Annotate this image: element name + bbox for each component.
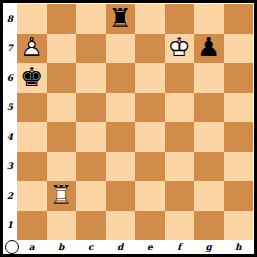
square-c5[interactable] <box>76 93 106 123</box>
square-f5[interactable] <box>165 93 195 123</box>
square-e2[interactable] <box>135 181 165 211</box>
square-a1[interactable] <box>17 211 47 241</box>
square-e8[interactable] <box>135 4 165 34</box>
piece-white-king[interactable]: ♚♔ <box>165 34 195 64</box>
square-e1[interactable] <box>135 211 165 241</box>
rank-label-2: 2 <box>3 181 17 211</box>
square-f1[interactable] <box>165 211 195 241</box>
square-g7[interactable]: ♟ <box>194 34 224 64</box>
square-a2[interactable] <box>17 181 47 211</box>
chess-diagram: 87654321 ♜♟♙♚♔♟♚♜♖ abcdefgh <box>0 0 257 257</box>
file-label-g: g <box>194 240 224 253</box>
square-f4[interactable] <box>165 122 195 152</box>
rank-label-7: 7 <box>3 34 17 64</box>
piece-black-king[interactable]: ♚ <box>17 63 47 93</box>
rank-labels: 87654321 <box>3 4 17 240</box>
square-d2[interactable] <box>106 181 136 211</box>
square-b8[interactable] <box>47 4 77 34</box>
square-a4[interactable] <box>17 122 47 152</box>
square-a5[interactable] <box>17 93 47 123</box>
square-e7[interactable] <box>135 34 165 64</box>
file-label-c: c <box>76 240 106 253</box>
square-b6[interactable] <box>47 63 77 93</box>
black-rook-glyph: ♜ <box>109 5 132 31</box>
square-c3[interactable] <box>76 152 106 182</box>
piece-black-rook[interactable]: ♜ <box>106 4 136 34</box>
square-c4[interactable] <box>76 122 106 152</box>
square-h1[interactable] <box>224 211 254 241</box>
white-pawn-glyph-outline: ♙ <box>20 35 43 61</box>
piece-black-pawn[interactable]: ♟ <box>194 34 224 64</box>
square-f3[interactable] <box>165 152 195 182</box>
side-to-move-indicator <box>5 240 19 254</box>
file-label-d: d <box>106 240 136 253</box>
rank-label-6: 6 <box>3 63 17 93</box>
square-b7[interactable] <box>47 34 77 64</box>
file-label-e: e <box>135 240 165 253</box>
square-f8[interactable] <box>165 4 195 34</box>
square-g5[interactable] <box>194 93 224 123</box>
white-king-glyph-outline: ♔ <box>168 35 191 61</box>
square-e5[interactable] <box>135 93 165 123</box>
square-g8[interactable] <box>194 4 224 34</box>
square-a8[interactable] <box>17 4 47 34</box>
square-c8[interactable] <box>76 4 106 34</box>
square-b4[interactable] <box>47 122 77 152</box>
square-e4[interactable] <box>135 122 165 152</box>
square-h7[interactable] <box>224 34 254 64</box>
square-h4[interactable] <box>224 122 254 152</box>
file-label-a: a <box>17 240 47 253</box>
file-label-f: f <box>165 240 195 253</box>
black-king-glyph: ♚ <box>20 64 43 90</box>
square-c6[interactable] <box>76 63 106 93</box>
square-e6[interactable] <box>135 63 165 93</box>
square-a3[interactable] <box>17 152 47 182</box>
square-g1[interactable] <box>194 211 224 241</box>
square-c2[interactable] <box>76 181 106 211</box>
square-h3[interactable] <box>224 152 254 182</box>
rank-label-4: 4 <box>3 122 17 152</box>
file-label-b: b <box>47 240 77 253</box>
rank-label-1: 1 <box>3 211 17 241</box>
square-h5[interactable] <box>224 93 254 123</box>
chess-board: ♜♟♙♚♔♟♚♜♖ <box>17 4 253 240</box>
square-e3[interactable] <box>135 152 165 182</box>
square-a7[interactable]: ♟♙ <box>17 34 47 64</box>
square-d4[interactable] <box>106 122 136 152</box>
square-c7[interactable] <box>76 34 106 64</box>
file-labels: abcdefgh <box>17 240 253 253</box>
square-f6[interactable] <box>165 63 195 93</box>
square-d7[interactable] <box>106 34 136 64</box>
white-rook-glyph-outline: ♖ <box>50 182 73 208</box>
black-pawn-glyph: ♟ <box>197 35 220 61</box>
rank-label-3: 3 <box>3 152 17 182</box>
square-b2[interactable]: ♜♖ <box>47 181 77 211</box>
square-d1[interactable] <box>106 211 136 241</box>
square-d8[interactable]: ♜ <box>106 4 136 34</box>
square-h6[interactable] <box>224 63 254 93</box>
square-d5[interactable] <box>106 93 136 123</box>
square-b5[interactable] <box>47 93 77 123</box>
rank-label-8: 8 <box>3 4 17 34</box>
square-c1[interactable] <box>76 211 106 241</box>
square-b3[interactable] <box>47 152 77 182</box>
file-label-h: h <box>224 240 254 253</box>
square-g4[interactable] <box>194 122 224 152</box>
square-g2[interactable] <box>194 181 224 211</box>
square-h8[interactable] <box>224 4 254 34</box>
square-d3[interactable] <box>106 152 136 182</box>
rank-label-5: 5 <box>3 93 17 123</box>
square-a6[interactable]: ♚ <box>17 63 47 93</box>
square-b1[interactable] <box>47 211 77 241</box>
piece-white-rook[interactable]: ♜♖ <box>47 181 77 211</box>
square-h2[interactable] <box>224 181 254 211</box>
square-g3[interactable] <box>194 152 224 182</box>
square-g6[interactable] <box>194 63 224 93</box>
square-d6[interactable] <box>106 63 136 93</box>
square-f2[interactable] <box>165 181 195 211</box>
square-f7[interactable]: ♚♔ <box>165 34 195 64</box>
piece-white-pawn[interactable]: ♟♙ <box>17 34 47 64</box>
